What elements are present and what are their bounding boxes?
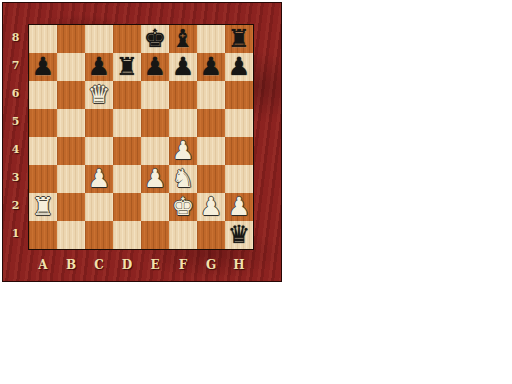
square-g4[interactable] [197,137,225,165]
square-b2[interactable] [57,193,85,221]
square-f3[interactable]: ♞ [169,165,197,193]
square-h8[interactable]: ♜ [225,25,253,53]
square-d3[interactable] [113,165,141,193]
chessboard-frame: 87654321 ABCDEFGH ♚♝♜♟♟♜♟♟♟♟♛♟♟♟♞♜♚♟♟♛ [2,2,282,282]
file-label-d: D [113,250,141,283]
square-b4[interactable] [57,137,85,165]
piece-black-pawn[interactable]: ♟ [228,53,250,81]
piece-white-pawn[interactable]: ♟ [200,193,222,221]
square-b7[interactable] [57,53,85,81]
square-d8[interactable] [113,25,141,53]
square-g2[interactable]: ♟ [197,193,225,221]
square-a8[interactable] [29,25,57,53]
board-grid: ♚♝♜♟♟♜♟♟♟♟♛♟♟♟♞♜♚♟♟♛ [28,24,254,250]
square-c4[interactable] [85,137,113,165]
square-h3[interactable] [225,165,253,193]
square-g3[interactable] [197,165,225,193]
rank-label-7: 7 [3,52,28,80]
page-background: 87654321 ABCDEFGH ♚♝♜♟♟♜♟♟♟♟♛♟♟♟♞♜♚♟♟♛ [0,0,512,384]
square-b8[interactable] [57,25,85,53]
square-b3[interactable] [57,165,85,193]
square-b1[interactable] [57,221,85,249]
square-g1[interactable] [197,221,225,249]
square-e8[interactable]: ♚ [141,25,169,53]
square-e6[interactable] [141,81,169,109]
square-h1[interactable]: ♛ [225,221,253,249]
rank-label-5: 5 [3,108,28,136]
square-d4[interactable] [113,137,141,165]
square-f5[interactable] [169,109,197,137]
piece-white-pawn[interactable]: ♟ [228,193,250,221]
square-c3[interactable]: ♟ [85,165,113,193]
square-h6[interactable] [225,81,253,109]
square-a6[interactable] [29,81,57,109]
file-label-a: A [29,250,57,283]
square-d7[interactable]: ♜ [113,53,141,81]
piece-white-pawn[interactable]: ♟ [172,137,194,165]
square-a2[interactable]: ♜ [29,193,57,221]
square-d1[interactable] [113,221,141,249]
square-b6[interactable] [57,81,85,109]
square-e2[interactable] [141,193,169,221]
piece-white-queen[interactable]: ♛ [88,81,110,109]
square-c7[interactable]: ♟ [85,53,113,81]
square-e5[interactable] [141,109,169,137]
square-b5[interactable] [57,109,85,137]
square-g8[interactable] [197,25,225,53]
rank-label-3: 3 [3,164,28,192]
rank-labels: 87654321 [3,24,28,248]
piece-black-rook[interactable]: ♜ [228,25,250,53]
piece-black-pawn[interactable]: ♟ [88,53,110,81]
piece-black-rook[interactable]: ♜ [116,53,138,81]
square-g6[interactable] [197,81,225,109]
square-f2[interactable]: ♚ [169,193,197,221]
piece-black-pawn[interactable]: ♟ [172,53,194,81]
square-a7[interactable]: ♟ [29,53,57,81]
square-a1[interactable] [29,221,57,249]
rank-label-2: 2 [3,192,28,220]
piece-black-pawn[interactable]: ♟ [144,53,166,81]
piece-white-knight[interactable]: ♞ [172,165,194,193]
piece-white-pawn[interactable]: ♟ [144,165,166,193]
piece-black-pawn[interactable]: ♟ [200,53,222,81]
square-e1[interactable] [141,221,169,249]
square-h5[interactable] [225,109,253,137]
square-e3[interactable]: ♟ [141,165,169,193]
file-label-h: H [225,250,253,283]
piece-white-pawn[interactable]: ♟ [88,165,110,193]
rank-label-6: 6 [3,80,28,108]
piece-black-pawn[interactable]: ♟ [32,53,54,81]
rank-label-8: 8 [3,24,28,52]
file-label-e: E [141,250,169,283]
file-label-f: F [169,250,197,283]
square-g5[interactable] [197,109,225,137]
piece-black-king[interactable]: ♚ [144,25,166,53]
square-d2[interactable] [113,193,141,221]
square-c1[interactable] [85,221,113,249]
file-label-g: G [197,250,225,283]
square-h2[interactable]: ♟ [225,193,253,221]
square-h7[interactable]: ♟ [225,53,253,81]
piece-black-queen[interactable]: ♛ [228,221,250,249]
piece-white-king[interactable]: ♚ [172,193,194,221]
square-a5[interactable] [29,109,57,137]
file-labels: ABCDEFGH [28,250,255,283]
square-f8[interactable]: ♝ [169,25,197,53]
file-label-c: C [85,250,113,283]
square-e7[interactable]: ♟ [141,53,169,81]
square-a4[interactable] [29,137,57,165]
rank-label-4: 4 [3,136,28,164]
square-f4[interactable]: ♟ [169,137,197,165]
square-c8[interactable] [85,25,113,53]
square-c5[interactable] [85,109,113,137]
square-f1[interactable] [169,221,197,249]
piece-white-rook[interactable]: ♜ [32,193,54,221]
square-c2[interactable] [85,193,113,221]
square-g7[interactable]: ♟ [197,53,225,81]
square-h4[interactable] [225,137,253,165]
square-d5[interactable] [113,109,141,137]
square-c6[interactable]: ♛ [85,81,113,109]
square-e4[interactable] [141,137,169,165]
square-a3[interactable] [29,165,57,193]
square-f7[interactable]: ♟ [169,53,197,81]
rank-label-1: 1 [3,220,28,248]
square-f6[interactable] [169,81,197,109]
file-label-b: B [57,250,85,283]
piece-black-bishop[interactable]: ♝ [172,25,194,53]
square-d6[interactable] [113,81,141,109]
